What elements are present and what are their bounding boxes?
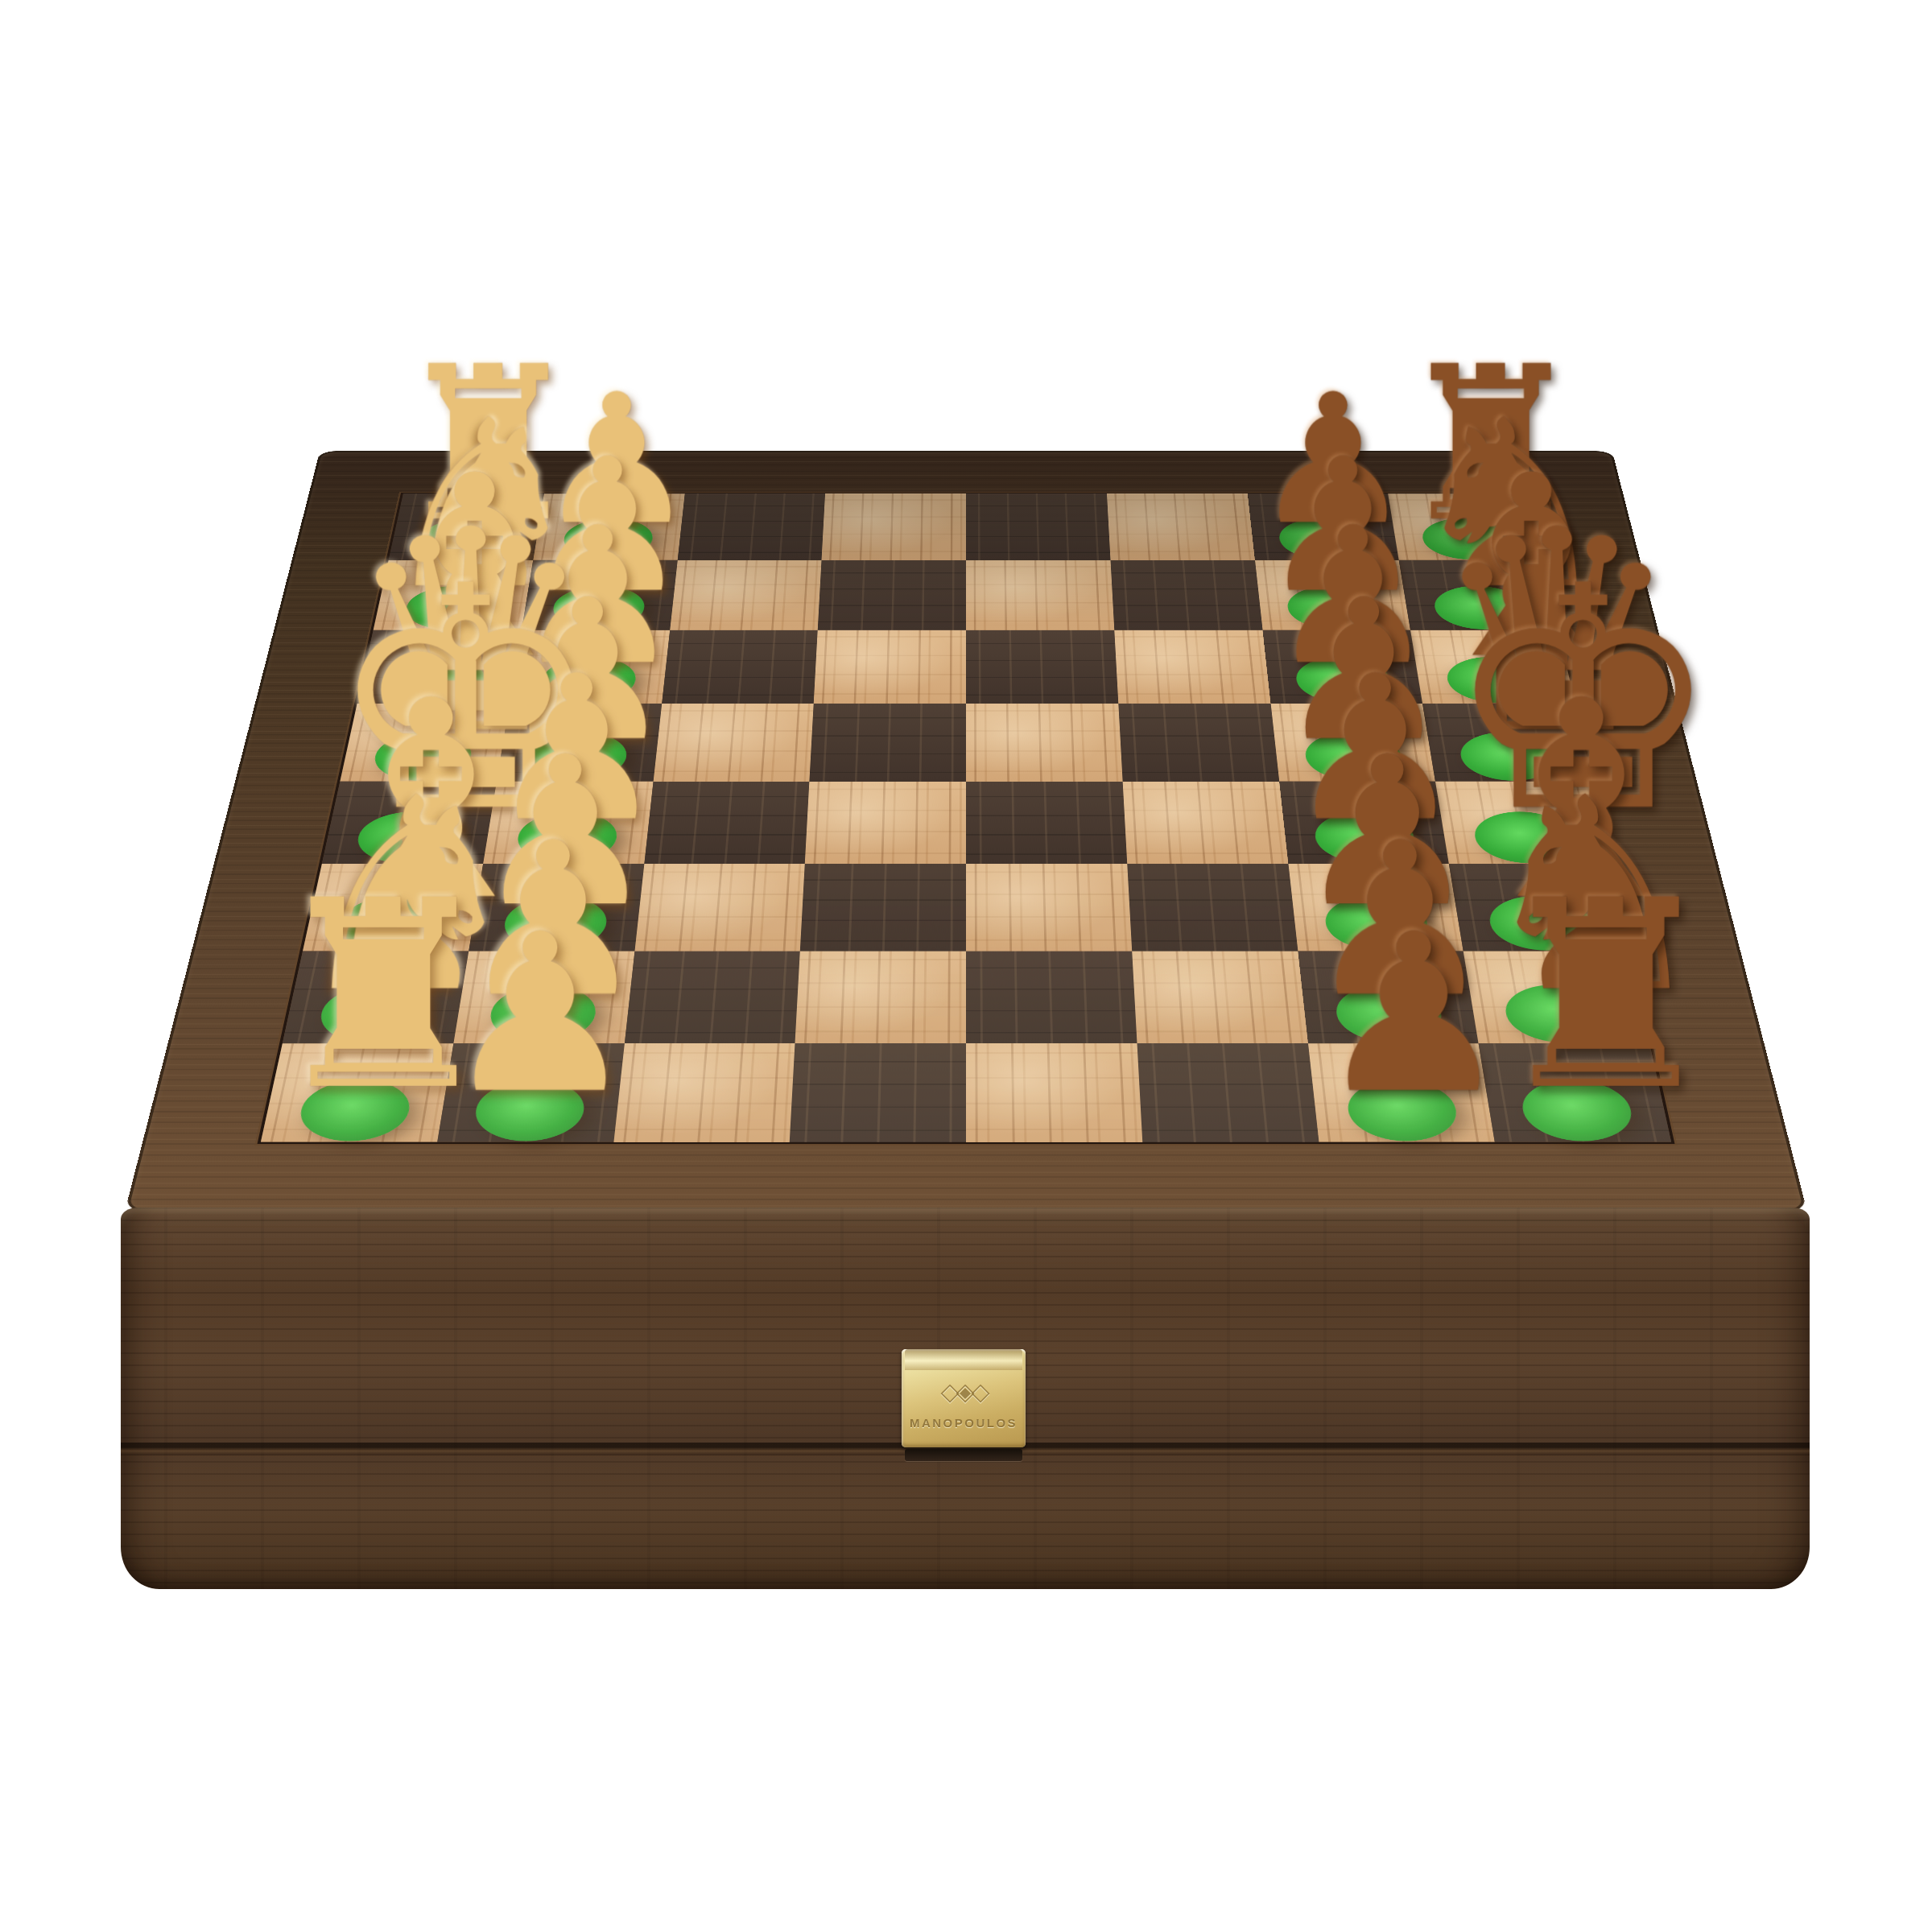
clasp-catch-slot (905, 1449, 1022, 1461)
clasp-hinge-lip (905, 1349, 1022, 1370)
square-g3[interactable] (624, 951, 800, 1043)
square-e5[interactable] (966, 782, 1127, 864)
square-d4[interactable] (810, 704, 966, 782)
square-f6[interactable] (1127, 864, 1298, 951)
black-rook-h8[interactable]: ♜ (1490, 866, 1665, 1125)
square-a5[interactable] (966, 493, 1110, 559)
black-pawn-h7[interactable]: ♟ (1315, 905, 1490, 1124)
square-e3[interactable] (644, 782, 810, 864)
square-b6[interactable] (1110, 560, 1262, 630)
chess-board[interactable]: ♜♟♟♜♞♟♟♞♝♟♟♝♛♟♟♛♚♟♟♚♝♟♟♝♞♟♟♞♜♟♟♜ (261, 493, 1671, 1141)
board-scene: ♜♟♟♜♞♟♟♞♝♟♟♝♛♟♟♛♚♟♟♚♝♟♟♝♞♟♟♞♜♟♟♜ (0, 0, 1932, 1932)
square-c6[interactable] (1114, 630, 1270, 704)
square-f5[interactable] (966, 864, 1132, 951)
square-g5[interactable] (966, 951, 1137, 1043)
square-h1[interactable]: ♜ (261, 1043, 453, 1141)
square-c5[interactable] (966, 630, 1118, 704)
brand-diamond-logo-icon: ◇◈◇ (902, 1380, 1026, 1404)
square-h3[interactable] (613, 1043, 795, 1141)
brand-name: MANOPOULOS (902, 1417, 1026, 1429)
brass-clasp[interactable]: ◇◈◇ MANOPOULOS (902, 1349, 1026, 1447)
square-h2[interactable]: ♟ (437, 1043, 624, 1141)
white-pawn-h2[interactable]: ♟ (442, 905, 617, 1124)
square-h7[interactable]: ♟ (1308, 1043, 1495, 1141)
square-d3[interactable] (653, 704, 814, 782)
square-b5[interactable] (966, 560, 1114, 630)
chess-board-frame: ♜♟♟♜♞♟♟♞♝♟♟♝♛♟♟♛♚♟♟♚♝♟♟♝♞♟♟♞♜♟♟♜ (125, 451, 1807, 1212)
square-f4[interactable] (800, 864, 966, 951)
square-a3[interactable] (677, 493, 825, 559)
chess-set-photo: ♜♟♟♜♞♟♟♞♝♟♟♝♛♟♟♛♚♟♟♚♝♟♟♝♞♟♟♞♜♟♟♜ ◇◈◇ MAN… (0, 0, 1932, 1932)
square-e6[interactable] (1122, 782, 1288, 864)
square-g6[interactable] (1132, 951, 1308, 1043)
square-c3[interactable] (662, 630, 818, 704)
square-c4[interactable] (814, 630, 966, 704)
square-h8[interactable]: ♜ (1479, 1043, 1671, 1141)
square-b4[interactable] (818, 560, 966, 630)
square-e4[interactable] (805, 782, 966, 864)
square-f3[interactable] (634, 864, 805, 951)
square-d6[interactable] (1118, 704, 1279, 782)
white-rook-h1[interactable]: ♜ (267, 866, 442, 1125)
square-b3[interactable] (670, 560, 822, 630)
square-h5[interactable] (966, 1043, 1142, 1141)
square-d5[interactable] (966, 704, 1122, 782)
square-h4[interactable] (790, 1043, 966, 1141)
square-a6[interactable] (1107, 493, 1255, 559)
square-g4[interactable] (795, 951, 966, 1043)
square-h6[interactable] (1137, 1043, 1319, 1141)
square-a4[interactable] (822, 493, 966, 559)
